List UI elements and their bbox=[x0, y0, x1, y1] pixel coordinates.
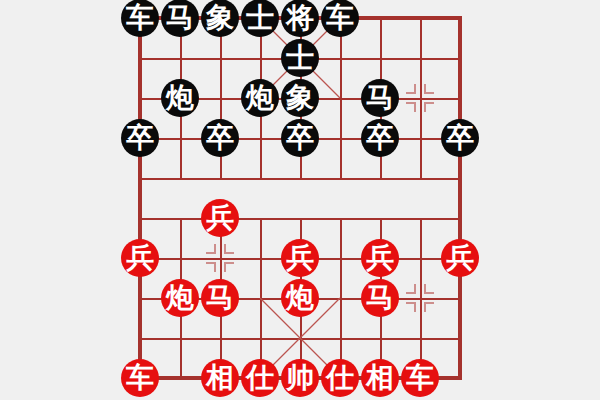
piece-red-soldier[interactable]: 兵 bbox=[121, 239, 159, 277]
piece-red-soldier[interactable]: 兵 bbox=[201, 199, 239, 237]
piece-red-advisor[interactable]: 仕 bbox=[241, 359, 279, 397]
piece-red-chariot[interactable]: 车 bbox=[121, 359, 159, 397]
piece-black-elephant[interactable]: 象 bbox=[281, 79, 319, 117]
board-cell[interactable] bbox=[420, 178, 460, 218]
piece-red-horse[interactable]: 马 bbox=[361, 279, 399, 317]
star-point-bracket bbox=[206, 262, 216, 272]
piece-red-soldier[interactable]: 兵 bbox=[281, 239, 319, 277]
star-point-bracket bbox=[424, 102, 434, 112]
piece-red-general[interactable]: 帅 bbox=[281, 359, 319, 397]
piece-red-chariot[interactable]: 车 bbox=[401, 359, 439, 397]
star-point-marker bbox=[406, 284, 434, 312]
star-point-marker bbox=[406, 84, 434, 112]
piece-red-elephant[interactable]: 相 bbox=[201, 359, 239, 397]
board-cell[interactable] bbox=[380, 18, 420, 58]
piece-red-cannon[interactable]: 炮 bbox=[281, 279, 319, 317]
piece-black-soldier[interactable]: 卒 bbox=[201, 119, 239, 157]
board-cell[interactable] bbox=[380, 178, 420, 218]
piece-black-chariot[interactable]: 车 bbox=[321, 0, 359, 37]
piece-black-elephant[interactable]: 象 bbox=[201, 0, 239, 37]
piece-black-soldier[interactable]: 卒 bbox=[281, 119, 319, 157]
piece-red-advisor[interactable]: 仕 bbox=[321, 359, 359, 397]
star-point-bracket bbox=[424, 84, 434, 94]
board-cell[interactable] bbox=[260, 178, 300, 218]
star-point-bracket bbox=[406, 302, 416, 312]
piece-black-cannon[interactable]: 炮 bbox=[161, 79, 199, 117]
piece-black-cannon[interactable]: 炮 bbox=[241, 79, 279, 117]
piece-black-soldier[interactable]: 卒 bbox=[361, 119, 399, 157]
piece-red-soldier[interactable]: 兵 bbox=[441, 239, 479, 277]
board-cell[interactable] bbox=[420, 18, 460, 58]
piece-black-general[interactable]: 将 bbox=[281, 0, 319, 37]
piece-black-soldier[interactable]: 卒 bbox=[121, 119, 159, 157]
star-point-marker bbox=[206, 244, 234, 272]
piece-black-advisor[interactable]: 士 bbox=[241, 0, 279, 37]
piece-black-chariot[interactable]: 车 bbox=[121, 0, 159, 37]
piece-black-soldier[interactable]: 卒 bbox=[441, 119, 479, 157]
star-point-bracket bbox=[224, 262, 234, 272]
xiangqi-app: 车马象士将车士炮炮象马卒卒卒卒卒兵兵兵兵兵炮马炮马车相仕帅仕相车 bbox=[0, 0, 600, 400]
piece-black-horse[interactable]: 马 bbox=[361, 79, 399, 117]
star-point-bracket bbox=[206, 244, 216, 254]
board-cell[interactable] bbox=[140, 178, 180, 218]
piece-red-horse[interactable]: 马 bbox=[201, 279, 239, 317]
star-point-bracket bbox=[424, 302, 434, 312]
piece-black-advisor[interactable]: 士 bbox=[281, 39, 319, 77]
piece-red-elephant[interactable]: 相 bbox=[361, 359, 399, 397]
star-point-bracket bbox=[406, 84, 416, 94]
board-cell[interactable] bbox=[300, 178, 340, 218]
star-point-bracket bbox=[406, 102, 416, 112]
piece-red-cannon[interactable]: 炮 bbox=[161, 279, 199, 317]
star-point-bracket bbox=[224, 244, 234, 254]
star-point-bracket bbox=[406, 284, 416, 294]
star-point-bracket bbox=[424, 284, 434, 294]
piece-black-horse[interactable]: 马 bbox=[161, 0, 199, 37]
board-cell[interactable] bbox=[340, 178, 380, 218]
piece-red-soldier[interactable]: 兵 bbox=[361, 239, 399, 277]
